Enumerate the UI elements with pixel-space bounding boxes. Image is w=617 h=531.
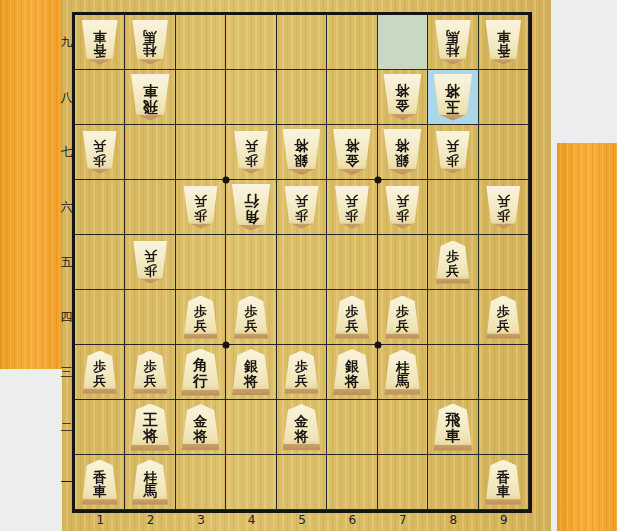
square-f1-r七[interactable]: 歩兵 xyxy=(75,125,125,180)
file-label-1: 1 xyxy=(75,513,125,527)
piece-kanji: 歩兵 xyxy=(245,140,258,167)
piece-kanji: 歩兵 xyxy=(396,195,409,222)
piece-kanji: 香車 xyxy=(93,30,107,58)
square-f4-r二[interactable] xyxy=(226,400,276,455)
piece-knight-top[interactable]: 桂馬 xyxy=(434,20,472,65)
square-f2-r二[interactable]: 王将 xyxy=(125,400,175,455)
piece-knight-bottom[interactable]: 桂馬 xyxy=(383,350,421,395)
piece-gold-bottom[interactable]: 金将 xyxy=(181,404,221,450)
square-f1-r五[interactable] xyxy=(75,235,125,290)
rank-label-六: 六 xyxy=(60,180,73,235)
square-f5-r六[interactable]: 歩兵 xyxy=(277,180,327,235)
piece-knight-top[interactable]: 桂馬 xyxy=(131,20,169,65)
piece-pawn-top[interactable]: 歩兵 xyxy=(183,186,219,229)
piece-kanji: 歩兵 xyxy=(446,250,459,277)
star-point xyxy=(374,342,381,349)
square-f6-r九[interactable] xyxy=(327,15,377,70)
piece-gold-top[interactable]: 金将 xyxy=(332,129,372,175)
piece-gold-top[interactable]: 金将 xyxy=(382,74,422,120)
piece-kanji: 歩兵 xyxy=(295,360,308,387)
square-f5-r五[interactable] xyxy=(277,235,327,290)
square-f5-r二[interactable]: 金将 xyxy=(277,400,327,455)
square-f6-r四[interactable]: 歩兵 xyxy=(327,290,377,345)
square-f8-r一[interactable] xyxy=(428,455,478,510)
piece-silver-top[interactable]: 銀将 xyxy=(281,129,321,175)
file-label-4: 4 xyxy=(226,513,276,527)
square-f4-r五[interactable] xyxy=(226,235,276,290)
piece-kanji: 飛車 xyxy=(445,413,460,444)
square-f8-r六[interactable] xyxy=(428,180,478,235)
piece-pawn-top[interactable]: 歩兵 xyxy=(384,186,420,229)
piece-kanji: 歩兵 xyxy=(144,360,157,387)
square-f6-r六[interactable]: 歩兵 xyxy=(327,180,377,235)
piece-lance-top[interactable]: 香車 xyxy=(484,20,522,65)
piece-kanji: 香車 xyxy=(93,470,107,498)
square-f2-r七[interactable] xyxy=(125,125,175,180)
piece-pawn-bottom[interactable]: 歩兵 xyxy=(435,241,471,284)
piece-pawn-top[interactable]: 歩兵 xyxy=(132,241,168,284)
piece-kanji: 歩兵 xyxy=(345,305,358,332)
square-f1-r八[interactable] xyxy=(75,70,125,125)
piece-kanji: 歩兵 xyxy=(446,140,459,167)
piece-kanji: 銀将 xyxy=(395,139,409,168)
square-f9-r五[interactable] xyxy=(479,235,529,290)
piece-bishop-bottom[interactable]: 角行 xyxy=(180,349,221,396)
square-f4-r九[interactable] xyxy=(226,15,276,70)
piece-king-top[interactable]: 玉将 xyxy=(432,74,473,121)
piece-lance-top[interactable]: 香車 xyxy=(81,20,119,65)
square-f6-r五[interactable] xyxy=(327,235,377,290)
square-f3-r五[interactable] xyxy=(176,235,226,290)
square-f6-r七[interactable]: 金将 xyxy=(327,125,377,180)
file-label-3: 3 xyxy=(176,513,226,527)
square-f8-r二[interactable]: 飛車 xyxy=(428,400,478,455)
piece-kanji: 銀将 xyxy=(345,359,359,388)
piece-kanji: 歩兵 xyxy=(295,195,308,222)
square-f7-r三[interactable]: 桂馬 xyxy=(378,345,428,400)
square-f9-r四[interactable]: 歩兵 xyxy=(479,290,529,345)
piece-pawn-top[interactable]: 歩兵 xyxy=(435,131,471,174)
square-f8-r七[interactable]: 歩兵 xyxy=(428,125,478,180)
square-f9-r九[interactable]: 香車 xyxy=(479,15,529,70)
square-f4-r一[interactable] xyxy=(226,455,276,510)
piece-kanji: 香車 xyxy=(497,30,511,58)
left-piece-stand-panel xyxy=(0,0,62,369)
square-f3-r七[interactable] xyxy=(176,125,226,180)
square-f8-r九[interactable]: 桂馬 xyxy=(428,15,478,70)
piece-kanji: 銀将 xyxy=(244,359,258,388)
rank-label-二: 二 xyxy=(60,400,73,455)
piece-kanji: 歩兵 xyxy=(497,305,510,332)
square-f8-r三[interactable] xyxy=(428,345,478,400)
piece-pawn-bottom[interactable]: 歩兵 xyxy=(334,296,370,339)
square-f6-r三[interactable]: 銀将 xyxy=(327,345,377,400)
board-frame: 香車桂馬桂馬香車飛車金将玉将歩兵歩兵銀将金将銀将歩兵歩兵角行歩兵歩兵歩兵歩兵歩兵… xyxy=(72,12,532,513)
square-f5-r一[interactable] xyxy=(277,455,327,510)
square-f7-r六[interactable]: 歩兵 xyxy=(378,180,428,235)
file-label-8: 8 xyxy=(428,513,478,527)
piece-pawn-bottom[interactable]: 歩兵 xyxy=(132,351,168,394)
square-f4-r七[interactable]: 歩兵 xyxy=(226,125,276,180)
square-f2-r九[interactable]: 桂馬 xyxy=(125,15,175,70)
square-f7-r二[interactable] xyxy=(378,400,428,455)
square-f4-r四[interactable]: 歩兵 xyxy=(226,290,276,345)
piece-pawn-bottom[interactable]: 歩兵 xyxy=(233,296,269,339)
piece-pawn-top[interactable]: 歩兵 xyxy=(334,186,370,229)
star-point xyxy=(374,177,381,184)
square-f2-r四[interactable] xyxy=(125,290,175,345)
square-f1-r四[interactable] xyxy=(75,290,125,345)
square-f8-r四[interactable] xyxy=(428,290,478,345)
rank-label-四: 四 xyxy=(60,290,73,345)
square-f3-r三[interactable]: 角行 xyxy=(176,345,226,400)
piece-kanji: 歩兵 xyxy=(245,305,258,332)
rank-label-八: 八 xyxy=(60,70,73,125)
square-f5-r三[interactable]: 歩兵 xyxy=(277,345,327,400)
piece-pawn-bottom[interactable]: 歩兵 xyxy=(183,296,219,339)
square-f2-r三[interactable]: 歩兵 xyxy=(125,345,175,400)
square-f1-r二[interactable] xyxy=(75,400,125,455)
square-f8-r五[interactable]: 歩兵 xyxy=(428,235,478,290)
piece-kanji: 桂馬 xyxy=(446,30,460,58)
piece-kanji: 桂馬 xyxy=(143,470,157,498)
file-label-6: 6 xyxy=(327,513,377,527)
rank-label-七: 七 xyxy=(60,125,73,180)
piece-pawn-top[interactable]: 歩兵 xyxy=(485,186,521,229)
square-f1-r六[interactable] xyxy=(75,180,125,235)
piece-rook-top[interactable]: 飛車 xyxy=(130,74,171,121)
rank-label-九: 九 xyxy=(60,15,73,70)
piece-kanji: 金将 xyxy=(194,414,208,443)
piece-kanji: 銀将 xyxy=(294,139,308,168)
piece-king-bottom[interactable]: 王将 xyxy=(130,404,171,451)
rank-label-一: 一 xyxy=(60,455,73,510)
piece-gold-bottom[interactable]: 金将 xyxy=(281,404,321,450)
piece-kanji: 角行 xyxy=(193,358,208,389)
file-label-7: 7 xyxy=(378,513,428,527)
right-piece-stand-panel xyxy=(557,143,617,531)
piece-bishop-top[interactable]: 角行 xyxy=(231,184,272,231)
square-f6-r八[interactable] xyxy=(327,70,377,125)
piece-kanji: 桂馬 xyxy=(143,30,157,58)
piece-pawn-top[interactable]: 歩兵 xyxy=(283,186,319,229)
piece-kanji: 王将 xyxy=(143,413,158,444)
square-f4-r三[interactable]: 銀将 xyxy=(226,345,276,400)
star-point xyxy=(223,342,230,349)
piece-pawn-bottom[interactable]: 歩兵 xyxy=(283,351,319,394)
square-f3-r六[interactable]: 歩兵 xyxy=(176,180,226,235)
square-f3-r九[interactable] xyxy=(176,15,226,70)
piece-kanji: 桂馬 xyxy=(396,360,410,388)
piece-pawn-bottom[interactable]: 歩兵 xyxy=(82,351,118,394)
square-f2-r五[interactable]: 歩兵 xyxy=(125,235,175,290)
square-f3-r八[interactable] xyxy=(176,70,226,125)
square-f3-r一[interactable] xyxy=(176,455,226,510)
piece-silver-bottom[interactable]: 銀将 xyxy=(332,349,372,395)
piece-knight-bottom[interactable]: 桂馬 xyxy=(131,460,169,505)
square-f3-r四[interactable]: 歩兵 xyxy=(176,290,226,345)
square-f1-r九[interactable]: 香車 xyxy=(75,15,125,70)
piece-pawn-top[interactable]: 歩兵 xyxy=(233,131,269,174)
square-f2-r一[interactable]: 桂馬 xyxy=(125,455,175,510)
square-f9-r二[interactable] xyxy=(479,400,529,455)
piece-kanji: 歩兵 xyxy=(144,250,157,277)
piece-kanji: 歩兵 xyxy=(345,195,358,222)
piece-kanji: 金将 xyxy=(294,414,308,443)
square-f6-r二[interactable] xyxy=(327,400,377,455)
piece-silver-top[interactable]: 銀将 xyxy=(382,129,422,175)
piece-kanji: 歩兵 xyxy=(93,360,106,387)
piece-kanji: 歩兵 xyxy=(194,195,207,222)
square-f8-r八[interactable]: 玉将 xyxy=(428,70,478,125)
piece-kanji: 金将 xyxy=(345,139,359,168)
piece-kanji: 歩兵 xyxy=(497,195,510,222)
square-f4-r六[interactable]: 角行 xyxy=(226,180,276,235)
square-f5-r九[interactable] xyxy=(277,15,327,70)
piece-lance-bottom[interactable]: 香車 xyxy=(484,460,522,505)
square-f7-r八[interactable]: 金将 xyxy=(378,70,428,125)
star-point xyxy=(223,177,230,184)
square-f6-r一[interactable] xyxy=(327,455,377,510)
square-f2-r八[interactable]: 飛車 xyxy=(125,70,175,125)
piece-kanji: 香車 xyxy=(497,470,511,498)
square-f7-r七[interactable]: 銀将 xyxy=(378,125,428,180)
piece-kanji: 角行 xyxy=(244,193,259,224)
square-f9-r一[interactable]: 香車 xyxy=(479,455,529,510)
square-f7-r九[interactable] xyxy=(378,15,428,70)
square-f9-r六[interactable]: 歩兵 xyxy=(479,180,529,235)
piece-pawn-bottom[interactable]: 歩兵 xyxy=(485,296,521,339)
piece-silver-bottom[interactable]: 銀将 xyxy=(231,349,271,395)
square-f1-r一[interactable]: 香車 xyxy=(75,455,125,510)
square-f4-r八[interactable] xyxy=(226,70,276,125)
file-label-2: 2 xyxy=(125,513,175,527)
piece-pawn-bottom[interactable]: 歩兵 xyxy=(384,296,420,339)
shogi-board-grid: 香車桂馬桂馬香車飛車金将玉将歩兵歩兵銀将金将銀将歩兵歩兵角行歩兵歩兵歩兵歩兵歩兵… xyxy=(75,15,529,510)
square-f2-r六[interactable] xyxy=(125,180,175,235)
file-label-9: 9 xyxy=(479,513,529,527)
rank-label-五: 五 xyxy=(60,235,73,290)
square-f1-r三[interactable]: 歩兵 xyxy=(75,345,125,400)
file-label-5: 5 xyxy=(277,513,327,527)
square-f7-r五[interactable] xyxy=(378,235,428,290)
square-f9-r八[interactable] xyxy=(479,70,529,125)
square-f5-r七[interactable]: 銀将 xyxy=(277,125,327,180)
square-f9-r三[interactable] xyxy=(479,345,529,400)
rank-label-三: 三 xyxy=(60,345,73,400)
square-f7-r一[interactable] xyxy=(378,455,428,510)
piece-kanji: 歩兵 xyxy=(396,305,409,332)
square-f5-r四[interactable] xyxy=(277,290,327,345)
piece-kanji: 玉将 xyxy=(445,83,460,114)
piece-kanji: 歩兵 xyxy=(194,305,207,332)
piece-pawn-top[interactable]: 歩兵 xyxy=(82,131,118,174)
square-f9-r七[interactable] xyxy=(479,125,529,180)
piece-rook-bottom[interactable]: 飛車 xyxy=(432,404,473,451)
piece-kanji: 飛車 xyxy=(143,83,158,114)
piece-kanji: 金将 xyxy=(395,84,409,113)
square-f5-r八[interactable] xyxy=(277,70,327,125)
square-f7-r四[interactable]: 歩兵 xyxy=(378,290,428,345)
square-f3-r二[interactable]: 金将 xyxy=(176,400,226,455)
piece-lance-bottom[interactable]: 香車 xyxy=(81,460,119,505)
piece-kanji: 歩兵 xyxy=(93,140,106,167)
